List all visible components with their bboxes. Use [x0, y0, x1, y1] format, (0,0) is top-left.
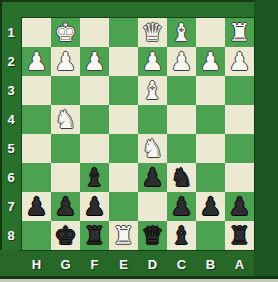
- file-label-b: B: [196, 252, 225, 276]
- piece-white-pawn[interactable]: ♟: [141, 49, 163, 74]
- piece-white-queen[interactable]: ♛: [141, 20, 163, 45]
- square-a5[interactable]: [225, 134, 254, 163]
- square-a2[interactable]: ♟: [225, 47, 254, 76]
- square-f4[interactable]: [80, 105, 109, 134]
- rank-labels: 12345678: [0, 18, 22, 250]
- square-c7[interactable]: ♟: [167, 192, 196, 221]
- square-d6[interactable]: ♟: [138, 163, 167, 192]
- square-h1[interactable]: [22, 18, 51, 47]
- square-h2[interactable]: ♟: [22, 47, 51, 76]
- chess-board: ♚♛♝♜♟♟♟♟♟♟♟♝♞♞♝♟♞♟♟♟♟♟♟♚♜♜♛♝♜: [22, 18, 254, 250]
- piece-white-bishop[interactable]: ♝: [141, 78, 163, 103]
- piece-black-rook[interactable]: ♜: [83, 223, 105, 248]
- square-b6[interactable]: [196, 163, 225, 192]
- piece-black-pawn[interactable]: ♟: [170, 194, 192, 219]
- square-f1[interactable]: [80, 18, 109, 47]
- rank-label-7: 7: [0, 192, 22, 221]
- square-e7[interactable]: [109, 192, 138, 221]
- piece-black-pawn[interactable]: ♟: [228, 194, 250, 219]
- square-h3[interactable]: [22, 76, 51, 105]
- piece-white-king[interactable]: ♚: [54, 20, 76, 45]
- piece-black-bishop[interactable]: ♝: [83, 165, 105, 190]
- square-c1[interactable]: ♝: [167, 18, 196, 47]
- square-c2[interactable]: ♟: [167, 47, 196, 76]
- piece-white-rook[interactable]: ♜: [228, 20, 250, 45]
- piece-black-queen[interactable]: ♛: [141, 223, 163, 248]
- rank-label-8: 8: [0, 221, 22, 250]
- piece-white-pawn[interactable]: ♟: [25, 49, 47, 74]
- file-label-g: G: [51, 252, 80, 276]
- square-h5[interactable]: [22, 134, 51, 163]
- piece-black-pawn[interactable]: ♟: [25, 194, 47, 219]
- rank-label-1: 1: [0, 18, 22, 47]
- square-f6[interactable]: ♝: [80, 163, 109, 192]
- file-labels: HGFEDCBA: [22, 252, 254, 276]
- piece-black-knight[interactable]: ♞: [170, 165, 192, 190]
- square-b1[interactable]: [196, 18, 225, 47]
- square-g2[interactable]: ♟: [51, 47, 80, 76]
- square-e3[interactable]: [109, 76, 138, 105]
- square-b5[interactable]: [196, 134, 225, 163]
- square-e6[interactable]: [109, 163, 138, 192]
- square-b8[interactable]: [196, 221, 225, 250]
- square-a6[interactable]: [225, 163, 254, 192]
- square-d4[interactable]: [138, 105, 167, 134]
- square-f3[interactable]: [80, 76, 109, 105]
- square-e2[interactable]: [109, 47, 138, 76]
- square-a8[interactable]: ♜: [225, 221, 254, 250]
- square-d2[interactable]: ♟: [138, 47, 167, 76]
- piece-black-bishop[interactable]: ♝: [170, 223, 192, 248]
- square-f5[interactable]: [80, 134, 109, 163]
- square-c6[interactable]: ♞: [167, 163, 196, 192]
- square-c4[interactable]: [167, 105, 196, 134]
- square-g5[interactable]: [51, 134, 80, 163]
- square-a3[interactable]: [225, 76, 254, 105]
- rank-label-4: 4: [0, 105, 22, 134]
- square-d8[interactable]: ♛: [138, 221, 167, 250]
- square-d1[interactable]: ♛: [138, 18, 167, 47]
- piece-black-pawn[interactable]: ♟: [54, 194, 76, 219]
- piece-white-pawn[interactable]: ♟: [170, 49, 192, 74]
- piece-white-bishop[interactable]: ♝: [170, 20, 192, 45]
- square-f7[interactable]: ♟: [80, 192, 109, 221]
- square-f2[interactable]: ♟: [80, 47, 109, 76]
- square-g4[interactable]: ♞: [51, 105, 80, 134]
- square-c8[interactable]: ♝: [167, 221, 196, 250]
- square-d5[interactable]: ♞: [138, 134, 167, 163]
- piece-black-pawn[interactable]: ♟: [199, 194, 221, 219]
- chess-board-widget: 12345678 ♚♛♝♜♟♟♟♟♟♟♟♝♞♞♝♟♞♟♟♟♟♟♟♚♜♜♛♝♜ H…: [0, 0, 278, 282]
- piece-white-knight[interactable]: ♞: [141, 136, 163, 161]
- piece-black-king[interactable]: ♚: [54, 223, 76, 248]
- piece-white-pawn[interactable]: ♟: [54, 49, 76, 74]
- piece-white-pawn[interactable]: ♟: [83, 49, 105, 74]
- rank-label-2: 2: [0, 47, 22, 76]
- square-g6[interactable]: [51, 163, 80, 192]
- file-label-d: D: [138, 252, 167, 276]
- piece-white-pawn[interactable]: ♟: [228, 49, 250, 74]
- square-h8[interactable]: [22, 221, 51, 250]
- file-label-h: H: [22, 252, 51, 276]
- board-frame-right: [254, 0, 278, 282]
- file-label-a: A: [225, 252, 254, 276]
- square-g7[interactable]: ♟: [51, 192, 80, 221]
- square-b3[interactable]: [196, 76, 225, 105]
- piece-black-pawn[interactable]: ♟: [141, 165, 163, 190]
- piece-black-rook[interactable]: ♜: [228, 223, 250, 248]
- square-c5[interactable]: [167, 134, 196, 163]
- square-h6[interactable]: [22, 163, 51, 192]
- square-h4[interactable]: [22, 105, 51, 134]
- square-b7[interactable]: ♟: [196, 192, 225, 221]
- square-b2[interactable]: ♟: [196, 47, 225, 76]
- square-e5[interactable]: [109, 134, 138, 163]
- square-e8[interactable]: ♜: [109, 221, 138, 250]
- square-f8[interactable]: ♜: [80, 221, 109, 250]
- square-g1[interactable]: ♚: [51, 18, 80, 47]
- file-label-e: E: [109, 252, 138, 276]
- square-e4[interactable]: [109, 105, 138, 134]
- piece-white-pawn[interactable]: ♟: [199, 49, 221, 74]
- square-a7[interactable]: ♟: [225, 192, 254, 221]
- rank-label-3: 3: [0, 76, 22, 105]
- rank-label-6: 6: [0, 163, 22, 192]
- square-c3[interactable]: [167, 76, 196, 105]
- square-e1[interactable]: [109, 18, 138, 47]
- square-g3[interactable]: [51, 76, 80, 105]
- square-a4[interactable]: [225, 105, 254, 134]
- file-label-f: F: [80, 252, 109, 276]
- square-d3[interactable]: ♝: [138, 76, 167, 105]
- rank-label-5: 5: [0, 134, 22, 163]
- square-d7[interactable]: [138, 192, 167, 221]
- square-b4[interactable]: [196, 105, 225, 134]
- file-label-c: C: [167, 252, 196, 276]
- piece-white-rook[interactable]: ♜: [112, 223, 134, 248]
- square-a1[interactable]: ♜: [225, 18, 254, 47]
- square-h7[interactable]: ♟: [22, 192, 51, 221]
- piece-white-knight[interactable]: ♞: [54, 107, 76, 132]
- square-g8[interactable]: ♚: [51, 221, 80, 250]
- piece-black-pawn[interactable]: ♟: [83, 194, 105, 219]
